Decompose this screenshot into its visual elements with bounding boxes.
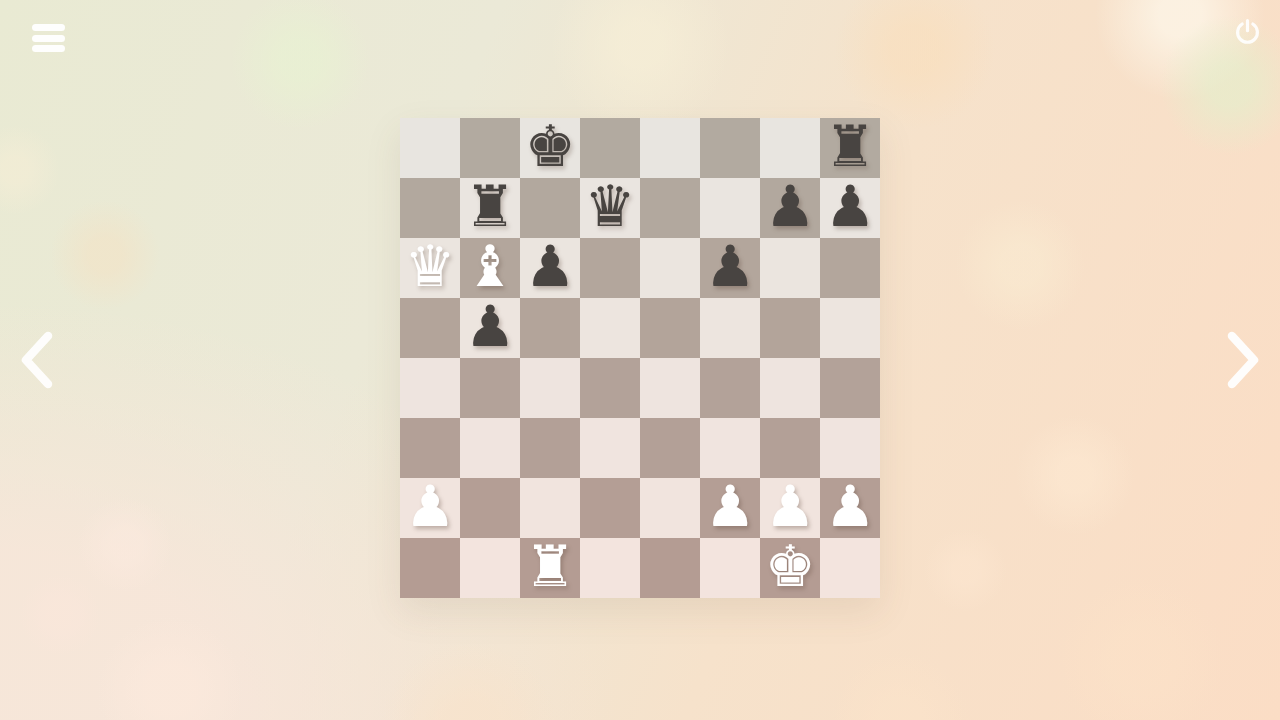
white-queen-a6[interactable]: ♛ — [404, 238, 455, 295]
square-b2[interactable] — [460, 478, 520, 538]
square-e5[interactable] — [640, 298, 700, 358]
square-g5[interactable] — [760, 298, 820, 358]
square-e1[interactable] — [640, 538, 700, 598]
square-c2[interactable] — [520, 478, 580, 538]
power-button[interactable] — [1233, 17, 1262, 47]
square-e7[interactable] — [640, 178, 700, 238]
black-rook-b7[interactable]: ♜ — [464, 178, 515, 235]
white-pawn-a2[interactable]: ♟ — [404, 478, 455, 535]
square-h6[interactable] — [820, 238, 880, 298]
square-c7[interactable] — [520, 178, 580, 238]
black-king-c8[interactable]: ♚ — [524, 118, 575, 175]
hamburger-icon — [32, 24, 65, 52]
square-f3[interactable] — [700, 418, 760, 478]
square-g4[interactable] — [760, 358, 820, 418]
square-d5[interactable] — [580, 298, 640, 358]
white-rook-c1[interactable]: ♜ — [524, 538, 575, 595]
square-e3[interactable] — [640, 418, 700, 478]
square-e4[interactable] — [640, 358, 700, 418]
square-g3[interactable] — [760, 418, 820, 478]
app-background: ♚♜♜♛♟♟♛♝♟♟♟♟♟♟♟♜♚ — [0, 0, 1280, 720]
black-pawn-g7[interactable]: ♟ — [764, 178, 815, 235]
chess-board: ♚♜♜♛♟♟♛♝♟♟♟♟♟♟♟♜♚ — [400, 118, 880, 598]
square-d3[interactable] — [580, 418, 640, 478]
square-a3[interactable] — [400, 418, 460, 478]
square-a1[interactable] — [400, 538, 460, 598]
square-a2[interactable]: ♟ — [400, 478, 460, 538]
white-pawn-h2[interactable]: ♟ — [824, 478, 875, 535]
square-c4[interactable] — [520, 358, 580, 418]
square-e6[interactable] — [640, 238, 700, 298]
previous-puzzle-button[interactable] — [19, 331, 55, 389]
square-f1[interactable] — [700, 538, 760, 598]
white-pawn-f2[interactable]: ♟ — [704, 478, 755, 535]
next-puzzle-button[interactable] — [1225, 331, 1261, 389]
square-a6[interactable]: ♛ — [400, 238, 460, 298]
square-h8[interactable]: ♜ — [820, 118, 880, 178]
square-h2[interactable]: ♟ — [820, 478, 880, 538]
black-queen-d7[interactable]: ♛ — [584, 178, 635, 235]
square-b4[interactable] — [460, 358, 520, 418]
chevron-left-icon — [19, 331, 55, 389]
square-c8[interactable]: ♚ — [520, 118, 580, 178]
square-f8[interactable] — [700, 118, 760, 178]
square-f4[interactable] — [700, 358, 760, 418]
square-h3[interactable] — [820, 418, 880, 478]
square-c5[interactable] — [520, 298, 580, 358]
square-d1[interactable] — [580, 538, 640, 598]
square-c3[interactable] — [520, 418, 580, 478]
square-b6[interactable]: ♝ — [460, 238, 520, 298]
square-c6[interactable]: ♟ — [520, 238, 580, 298]
square-d6[interactable] — [580, 238, 640, 298]
square-f7[interactable] — [700, 178, 760, 238]
square-d8[interactable] — [580, 118, 640, 178]
square-d4[interactable] — [580, 358, 640, 418]
square-a8[interactable] — [400, 118, 460, 178]
square-h4[interactable] — [820, 358, 880, 418]
square-b8[interactable] — [460, 118, 520, 178]
power-icon — [1233, 17, 1262, 47]
chevron-right-icon — [1225, 331, 1261, 389]
square-g8[interactable] — [760, 118, 820, 178]
square-a5[interactable] — [400, 298, 460, 358]
square-e2[interactable] — [640, 478, 700, 538]
black-pawn-h7[interactable]: ♟ — [824, 178, 875, 235]
square-g6[interactable] — [760, 238, 820, 298]
square-b5[interactable]: ♟ — [460, 298, 520, 358]
square-d7[interactable]: ♛ — [580, 178, 640, 238]
square-g2[interactable]: ♟ — [760, 478, 820, 538]
square-g1[interactable]: ♚ — [760, 538, 820, 598]
white-bishop-b6[interactable]: ♝ — [464, 238, 515, 295]
square-a7[interactable] — [400, 178, 460, 238]
black-pawn-b5[interactable]: ♟ — [464, 298, 515, 355]
menu-button[interactable] — [32, 24, 65, 52]
square-e8[interactable] — [640, 118, 700, 178]
black-rook-h8[interactable]: ♜ — [824, 118, 875, 175]
square-h7[interactable]: ♟ — [820, 178, 880, 238]
square-b1[interactable] — [460, 538, 520, 598]
square-d2[interactable] — [580, 478, 640, 538]
square-g7[interactable]: ♟ — [760, 178, 820, 238]
square-f6[interactable]: ♟ — [700, 238, 760, 298]
square-f5[interactable] — [700, 298, 760, 358]
square-c1[interactable]: ♜ — [520, 538, 580, 598]
square-f2[interactable]: ♟ — [700, 478, 760, 538]
square-h1[interactable] — [820, 538, 880, 598]
square-a4[interactable] — [400, 358, 460, 418]
square-b3[interactable] — [460, 418, 520, 478]
black-pawn-c6[interactable]: ♟ — [524, 238, 575, 295]
square-b7[interactable]: ♜ — [460, 178, 520, 238]
square-h5[interactable] — [820, 298, 880, 358]
white-pawn-g2[interactable]: ♟ — [764, 478, 815, 535]
black-pawn-f6[interactable]: ♟ — [704, 238, 755, 295]
white-king-g1[interactable]: ♚ — [764, 538, 815, 595]
